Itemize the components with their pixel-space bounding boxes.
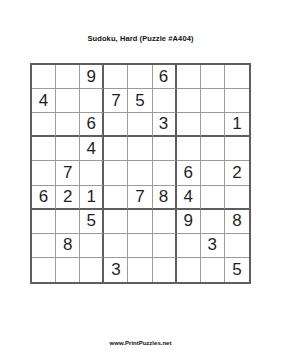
cell-r4c4: [104, 137, 128, 161]
cell-r6c9: [225, 186, 249, 210]
cell-r3c3: 6: [80, 113, 104, 137]
cell-r2c9: [225, 89, 249, 113]
cell-r3c2: [56, 113, 80, 137]
cell-r6c8: [201, 186, 225, 210]
cell-r5c7: 6: [177, 161, 201, 185]
cell-r4c8: [201, 137, 225, 161]
cell-r9c6: [153, 258, 177, 282]
cell-r7c4: [104, 210, 128, 234]
cell-r1c7: [177, 65, 201, 89]
cell-r6c2: 2: [56, 186, 80, 210]
page-title: Sudoku, Hard (Puzzle #A404): [0, 34, 281, 43]
cell-r8c4: [104, 234, 128, 258]
cell-r9c3: [80, 258, 104, 282]
cell-r4c6: [153, 137, 177, 161]
cell-r2c4: 7: [104, 89, 128, 113]
cell-r2c2: [56, 89, 80, 113]
cell-r9c9: 5: [225, 258, 249, 282]
cell-r6c6: 8: [153, 186, 177, 210]
cell-r8c7: [177, 234, 201, 258]
cell-r7c8: [201, 210, 225, 234]
cell-r3c9: 1: [225, 113, 249, 137]
cell-r8c2: 8: [56, 234, 80, 258]
sudoku-board: 9647563147626217845988335: [30, 63, 251, 284]
cell-r1c6: 6: [153, 65, 177, 89]
cell-r4c1: [32, 137, 56, 161]
cell-r8c8: 3: [201, 234, 225, 258]
cell-r6c4: [104, 186, 128, 210]
cell-r3c6: 3: [153, 113, 177, 137]
cell-r6c3: 1: [80, 186, 104, 210]
cell-r3c5: [128, 113, 152, 137]
cell-r1c2: [56, 65, 80, 89]
cell-r6c7: 4: [177, 186, 201, 210]
cell-r7c5: [128, 210, 152, 234]
cell-r4c7: [177, 137, 201, 161]
cell-r4c2: [56, 137, 80, 161]
cell-r3c4: [104, 113, 128, 137]
cell-r1c4: [104, 65, 128, 89]
cell-r1c1: [32, 65, 56, 89]
cell-r5c2: 7: [56, 161, 80, 185]
cell-r5c3: [80, 161, 104, 185]
cell-r7c2: [56, 210, 80, 234]
cell-r7c9: 8: [225, 210, 249, 234]
cell-r9c2: [56, 258, 80, 282]
cell-r3c1: [32, 113, 56, 137]
cell-r5c4: [104, 161, 128, 185]
cell-r1c3: 9: [80, 65, 104, 89]
cell-r2c1: 4: [32, 89, 56, 113]
cell-r8c3: [80, 234, 104, 258]
cell-r1c9: [225, 65, 249, 89]
cell-r2c7: [177, 89, 201, 113]
cell-r7c3: 5: [80, 210, 104, 234]
cell-r5c8: [201, 161, 225, 185]
cell-r5c1: [32, 161, 56, 185]
cell-r3c8: [201, 113, 225, 137]
cell-r9c4: 3: [104, 258, 128, 282]
cell-r9c5: [128, 258, 152, 282]
cell-r9c7: [177, 258, 201, 282]
cell-r4c3: 4: [80, 137, 104, 161]
cell-r3c7: [177, 113, 201, 137]
cell-r7c7: 9: [177, 210, 201, 234]
cell-r6c1: 6: [32, 186, 56, 210]
cell-r4c5: [128, 137, 152, 161]
cell-r2c3: [80, 89, 104, 113]
cell-r5c9: 2: [225, 161, 249, 185]
cell-r9c8: [201, 258, 225, 282]
cell-r6c5: 7: [128, 186, 152, 210]
cell-r1c8: [201, 65, 225, 89]
cell-r7c1: [32, 210, 56, 234]
cell-r2c5: 5: [128, 89, 152, 113]
cell-r1c5: [128, 65, 152, 89]
cell-r2c8: [201, 89, 225, 113]
cell-r5c6: [153, 161, 177, 185]
cell-r2c6: [153, 89, 177, 113]
footer-site-url: www.PrintPuzzles.net: [0, 340, 281, 346]
cell-r8c6: [153, 234, 177, 258]
cell-r7c6: [153, 210, 177, 234]
cell-r9c1: [32, 258, 56, 282]
cell-r8c1: [32, 234, 56, 258]
cell-r5c5: [128, 161, 152, 185]
cell-r8c5: [128, 234, 152, 258]
cell-r8c9: [225, 234, 249, 258]
cell-r4c9: [225, 137, 249, 161]
